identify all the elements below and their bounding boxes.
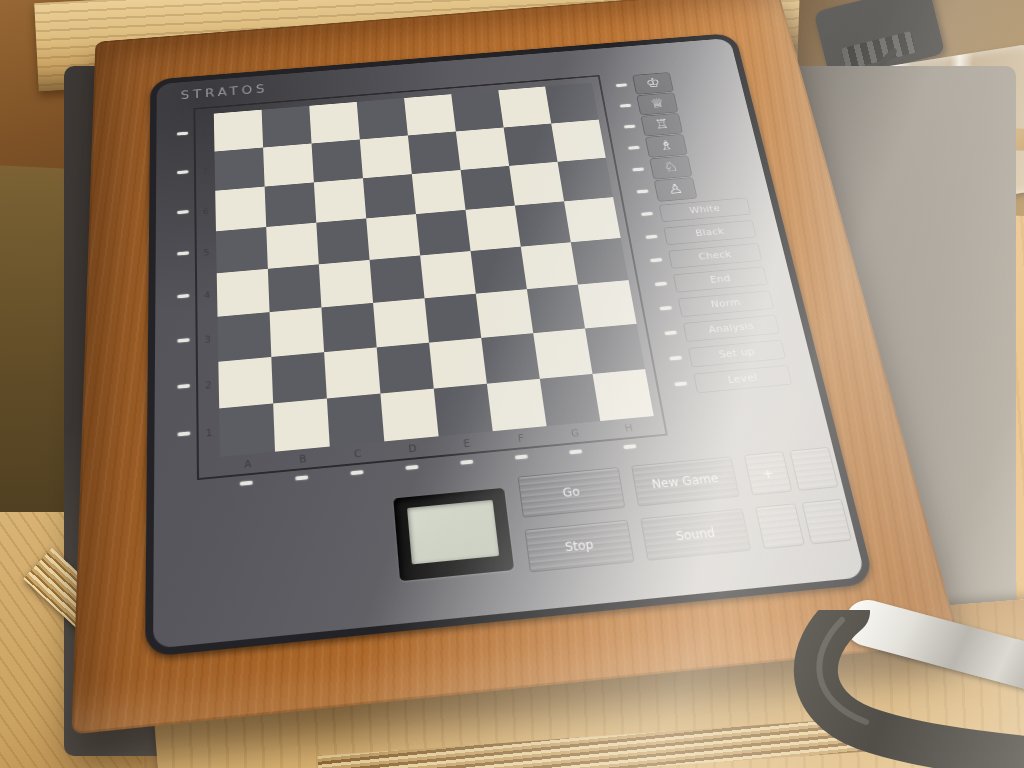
norm-key-led	[660, 306, 672, 310]
rank-label-2: 2	[201, 379, 216, 392]
aux-buttons: +	[744, 447, 852, 549]
square-b5[interactable]	[266, 223, 319, 269]
square-c5[interactable]	[316, 218, 369, 264]
rank-label-5: 5	[200, 247, 214, 259]
aux-button-4[interactable]	[802, 499, 852, 545]
square-c3[interactable]	[321, 303, 376, 352]
board-grid	[214, 83, 654, 457]
level-key-led	[674, 382, 687, 387]
file-led-h	[623, 444, 636, 449]
square-e3[interactable]	[425, 294, 482, 343]
lcd-display	[393, 488, 514, 581]
white-key[interactable]: White	[659, 197, 751, 222]
square-h4[interactable]	[571, 238, 629, 285]
analysis-key-led	[664, 331, 677, 336]
file-label-g: G	[567, 427, 583, 440]
square-d8[interactable]	[357, 98, 408, 139]
file-label-e: E	[459, 437, 475, 451]
pawn-key-led	[637, 189, 649, 193]
bishop-key-led	[628, 146, 640, 150]
square-h6[interactable]	[558, 158, 614, 202]
square-e8[interactable]	[404, 94, 456, 135]
rank-label-3: 3	[201, 333, 215, 346]
carry-handle[interactable]	[784, 610, 1024, 768]
square-a5[interactable]	[216, 227, 268, 273]
rank-label-1: 1	[202, 426, 217, 439]
end-key[interactable]: End	[673, 266, 768, 292]
square-a7[interactable]	[214, 148, 264, 191]
rank-led-2	[177, 384, 189, 389]
square-f8[interactable]	[451, 90, 503, 131]
stop-button[interactable]: Stop	[524, 520, 634, 573]
square-e5[interactable]	[416, 210, 471, 256]
square-e7[interactable]	[408, 131, 461, 174]
square-g6[interactable]	[509, 162, 564, 206]
board-frame: 87654321ABCDEFGH	[193, 75, 667, 480]
square-d1[interactable]	[380, 389, 438, 442]
plus-button[interactable]: +	[744, 451, 793, 495]
setup-key-led	[669, 356, 682, 361]
file-label-a: A	[240, 457, 255, 471]
new-game-button[interactable]: New Game	[631, 456, 740, 506]
rank-led-1	[178, 431, 191, 436]
square-b2[interactable]	[271, 352, 327, 403]
setup-key[interactable]: Set up	[688, 340, 786, 368]
brand-label: STRATOS	[181, 82, 269, 102]
end-key-led	[655, 282, 667, 286]
rank-label-4: 4	[200, 289, 214, 301]
square-e1[interactable]	[434, 384, 493, 437]
lcd-screen	[407, 500, 499, 565]
aux-button-2[interactable]	[789, 447, 838, 491]
square-b7[interactable]	[263, 143, 314, 186]
square-h8[interactable]	[545, 83, 599, 124]
control-buttons: GoNew GameStopSound	[518, 456, 752, 572]
file-label-c: C	[350, 447, 366, 461]
bishop-key[interactable]: ♗	[645, 134, 688, 158]
white-key-led	[641, 212, 653, 216]
square-g5[interactable]	[515, 201, 571, 246]
square-c6[interactable]	[314, 178, 366, 222]
rank-label-7: 7	[199, 166, 212, 177]
square-e2[interactable]	[429, 338, 487, 389]
file-label-d: D	[405, 442, 421, 456]
square-h2[interactable]	[585, 324, 645, 374]
check-key-led	[650, 258, 662, 262]
square-f2[interactable]	[481, 333, 540, 384]
rook-key-led	[624, 125, 636, 129]
square-c1[interactable]	[327, 394, 384, 447]
square-a1[interactable]	[219, 403, 275, 456]
square-f6[interactable]	[461, 166, 515, 210]
square-g4[interactable]	[521, 242, 578, 289]
square-c2[interactable]	[324, 347, 380, 398]
file-led-g	[569, 449, 582, 454]
file-label-h: H	[620, 422, 637, 435]
square-h5[interactable]	[564, 197, 621, 242]
file-led-e	[460, 460, 473, 465]
black-key[interactable]: Black	[663, 220, 756, 245]
square-d5[interactable]	[366, 214, 420, 260]
sound-button[interactable]: Sound	[640, 508, 751, 560]
square-a3[interactable]	[218, 312, 272, 362]
rank-led-7	[177, 170, 188, 174]
rank-led-4	[177, 294, 189, 298]
level-key[interactable]: Level	[693, 365, 792, 393]
square-h1[interactable]	[593, 369, 654, 421]
square-b3[interactable]	[270, 307, 325, 356]
square-f7[interactable]	[456, 127, 509, 170]
square-g2[interactable]	[533, 328, 592, 378]
square-h3[interactable]	[578, 280, 637, 328]
square-a6[interactable]	[215, 187, 266, 232]
file-led-f	[515, 455, 528, 460]
queen-key-led	[620, 104, 631, 108]
file-label-b: B	[295, 452, 310, 466]
square-d3[interactable]	[373, 298, 429, 347]
square-f1[interactable]	[487, 379, 547, 431]
rank-led-3	[177, 338, 189, 343]
handle-area	[784, 600, 1024, 768]
square-c7[interactable]	[312, 139, 363, 182]
rook-key[interactable]: ♖	[641, 113, 684, 136]
square-e4[interactable]	[420, 251, 476, 298]
square-f4[interactable]	[471, 247, 527, 294]
panel-surface: STRATOS 87654321ABCDEFGH ♔♕♖♗♘♙WhiteBlac…	[153, 38, 866, 649]
square-d6[interactable]	[363, 174, 416, 218]
square-c8[interactable]	[309, 102, 360, 144]
aux-button-3[interactable]	[755, 503, 805, 549]
square-a2[interactable]	[218, 357, 273, 408]
square-b4[interactable]	[268, 264, 322, 312]
check-key[interactable]: Check	[668, 243, 762, 269]
rank-led-6	[177, 210, 189, 214]
file-led-d	[405, 465, 418, 470]
square-f3[interactable]	[476, 289, 533, 338]
square-a8[interactable]	[214, 110, 263, 152]
square-g1[interactable]	[540, 374, 600, 426]
norm-key[interactable]: Norm	[678, 290, 774, 317]
knight-key[interactable]: ♘	[649, 155, 692, 179]
file-led-c	[350, 470, 363, 475]
rank-label-6: 6	[199, 206, 213, 217]
square-a4[interactable]	[217, 269, 270, 317]
go-button[interactable]: Go	[518, 467, 626, 518]
queen-key[interactable]: ♕	[636, 92, 678, 115]
file-led-b	[295, 475, 308, 480]
square-h7[interactable]	[551, 120, 606, 162]
square-d2[interactable]	[377, 343, 434, 394]
square-c4[interactable]	[319, 260, 373, 308]
analysis-key[interactable]: Analysis	[683, 315, 780, 342]
square-d4[interactable]	[370, 255, 425, 302]
square-e6[interactable]	[412, 170, 466, 214]
square-b8[interactable]	[262, 106, 312, 148]
square-b6[interactable]	[265, 182, 317, 227]
square-b1[interactable]	[273, 398, 330, 451]
black-key-led	[646, 235, 658, 239]
square-g3[interactable]	[527, 285, 585, 334]
file-led-a	[240, 481, 253, 486]
pawn-key[interactable]: ♙	[654, 177, 698, 202]
king-key-led	[616, 83, 627, 87]
square-g7[interactable]	[504, 124, 558, 166]
rank-led-5	[177, 251, 189, 255]
knight-key-led	[632, 167, 644, 171]
square-f5[interactable]	[465, 206, 520, 251]
rank-label-8: 8	[198, 128, 211, 139]
king-key[interactable]: ♔	[632, 72, 674, 95]
square-d7[interactable]	[360, 135, 412, 178]
square-g8[interactable]	[498, 87, 551, 128]
file-label-f: F	[513, 432, 529, 446]
rank-led-8	[177, 132, 188, 136]
